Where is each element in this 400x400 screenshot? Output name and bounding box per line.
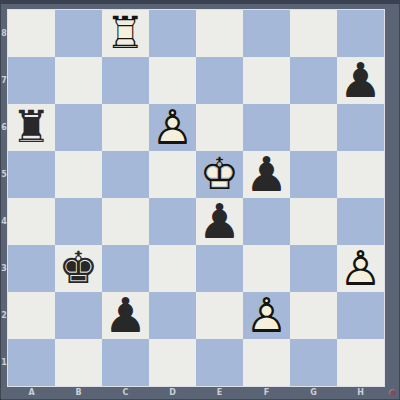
rank-labels: 87654321 <box>0 10 8 386</box>
white-pawn[interactable]: ♟♙ <box>337 245 384 292</box>
square-c6[interactable] <box>102 104 149 151</box>
square-a6[interactable]: ♜ <box>8 104 55 151</box>
rank-label-5: 5 <box>0 151 8 198</box>
white-rook-outline-glyph: ♖ <box>106 11 145 55</box>
square-e1[interactable] <box>196 339 243 386</box>
rank-label-2: 2 <box>0 292 8 339</box>
file-label-h: H <box>337 386 384 400</box>
black-rook[interactable]: ♜ <box>8 104 55 151</box>
square-a3[interactable] <box>8 245 55 292</box>
square-g2[interactable] <box>290 292 337 339</box>
square-h4[interactable] <box>337 198 384 245</box>
square-b7[interactable] <box>55 57 102 104</box>
square-e3[interactable] <box>196 245 243 292</box>
black-pawn-glyph: ♟ <box>245 150 288 198</box>
square-e7[interactable] <box>196 57 243 104</box>
square-h2[interactable] <box>337 292 384 339</box>
square-a2[interactable] <box>8 292 55 339</box>
square-b2[interactable] <box>55 292 102 339</box>
square-a4[interactable] <box>8 198 55 245</box>
square-d4[interactable] <box>149 198 196 245</box>
square-g6[interactable] <box>290 104 337 151</box>
square-b3[interactable]: ♚ <box>55 245 102 292</box>
square-f6[interactable] <box>243 104 290 151</box>
square-b8[interactable] <box>55 10 102 57</box>
square-e2[interactable] <box>196 292 243 339</box>
white-pawn[interactable]: ♟♙ <box>243 292 290 339</box>
black-pawn[interactable]: ♟ <box>102 292 149 339</box>
white-pawn-outline-glyph: ♙ <box>245 291 288 339</box>
square-a8[interactable] <box>8 10 55 57</box>
square-c5[interactable] <box>102 151 149 198</box>
rank-label-6: 6 <box>0 104 8 151</box>
square-f5[interactable]: ♟ <box>243 151 290 198</box>
black-pawn-glyph: ♟ <box>339 56 382 104</box>
file-label-c: C <box>102 386 149 400</box>
white-pawn[interactable]: ♟♙ <box>149 104 196 151</box>
square-c7[interactable] <box>102 57 149 104</box>
square-h1[interactable] <box>337 339 384 386</box>
square-c3[interactable] <box>102 245 149 292</box>
rank-label-7: 7 <box>0 57 8 104</box>
square-h8[interactable] <box>337 10 384 57</box>
square-b6[interactable] <box>55 104 102 151</box>
square-h5[interactable] <box>337 151 384 198</box>
square-a5[interactable] <box>8 151 55 198</box>
black-pawn[interactable]: ♟ <box>196 198 243 245</box>
square-c4[interactable] <box>102 198 149 245</box>
square-e6[interactable] <box>196 104 243 151</box>
file-label-a: A <box>8 386 55 400</box>
square-a1[interactable] <box>8 339 55 386</box>
white-rook[interactable]: ♜♖ <box>102 10 149 57</box>
square-h3[interactable]: ♟♙ <box>337 245 384 292</box>
square-g3[interactable] <box>290 245 337 292</box>
square-e4[interactable]: ♟ <box>196 198 243 245</box>
square-e5[interactable]: ♚♔ <box>196 151 243 198</box>
rank-label-3: 3 <box>0 245 8 292</box>
file-label-f: F <box>243 386 290 400</box>
square-d8[interactable] <box>149 10 196 57</box>
corner-dot <box>389 389 396 396</box>
square-g1[interactable] <box>290 339 337 386</box>
square-b4[interactable] <box>55 198 102 245</box>
square-f4[interactable] <box>243 198 290 245</box>
square-c1[interactable] <box>102 339 149 386</box>
square-g8[interactable] <box>290 10 337 57</box>
square-d5[interactable] <box>149 151 196 198</box>
square-b1[interactable] <box>55 339 102 386</box>
white-king[interactable]: ♚♔ <box>196 151 243 198</box>
square-g5[interactable] <box>290 151 337 198</box>
square-f3[interactable] <box>243 245 290 292</box>
rank-label-8: 8 <box>0 10 8 57</box>
square-d3[interactable] <box>149 245 196 292</box>
black-king[interactable]: ♚ <box>55 245 102 292</box>
chess-board-frame: 87654321 ♜♖♟♜♟♙♚♔♟♟♚♟♙♟♟♙ ABCDEFGH <box>0 0 400 400</box>
square-e8[interactable] <box>196 10 243 57</box>
square-b5[interactable] <box>55 151 102 198</box>
square-g4[interactable] <box>290 198 337 245</box>
square-f2[interactable]: ♟♙ <box>243 292 290 339</box>
file-label-e: E <box>196 386 243 400</box>
black-pawn-glyph: ♟ <box>104 291 147 339</box>
file-label-b: B <box>55 386 102 400</box>
white-pawn-outline-glyph: ♙ <box>339 244 382 292</box>
black-king-glyph: ♚ <box>59 246 98 290</box>
white-king-outline-glyph: ♔ <box>200 152 239 196</box>
square-h7[interactable]: ♟ <box>337 57 384 104</box>
square-h6[interactable] <box>337 104 384 151</box>
square-d6[interactable]: ♟♙ <box>149 104 196 151</box>
chess-board: ♜♖♟♜♟♙♚♔♟♟♚♟♙♟♟♙ <box>8 10 384 386</box>
square-c8[interactable]: ♜♖ <box>102 10 149 57</box>
rank-label-4: 4 <box>0 198 8 245</box>
file-labels: ABCDEFGH <box>8 386 384 400</box>
square-d7[interactable] <box>149 57 196 104</box>
square-c2[interactable]: ♟ <box>102 292 149 339</box>
square-a7[interactable] <box>8 57 55 104</box>
black-pawn-glyph: ♟ <box>198 197 241 245</box>
square-f7[interactable] <box>243 57 290 104</box>
square-f8[interactable] <box>243 10 290 57</box>
white-pawn-outline-glyph: ♙ <box>151 103 194 151</box>
black-rook-glyph: ♜ <box>12 105 51 149</box>
file-label-g: G <box>290 386 337 400</box>
square-g7[interactable] <box>290 57 337 104</box>
file-label-d: D <box>149 386 196 400</box>
square-d1[interactable] <box>149 339 196 386</box>
square-d2[interactable] <box>149 292 196 339</box>
black-pawn[interactable]: ♟ <box>337 57 384 104</box>
black-pawn[interactable]: ♟ <box>243 151 290 198</box>
rank-label-1: 1 <box>0 339 8 386</box>
square-f1[interactable] <box>243 339 290 386</box>
